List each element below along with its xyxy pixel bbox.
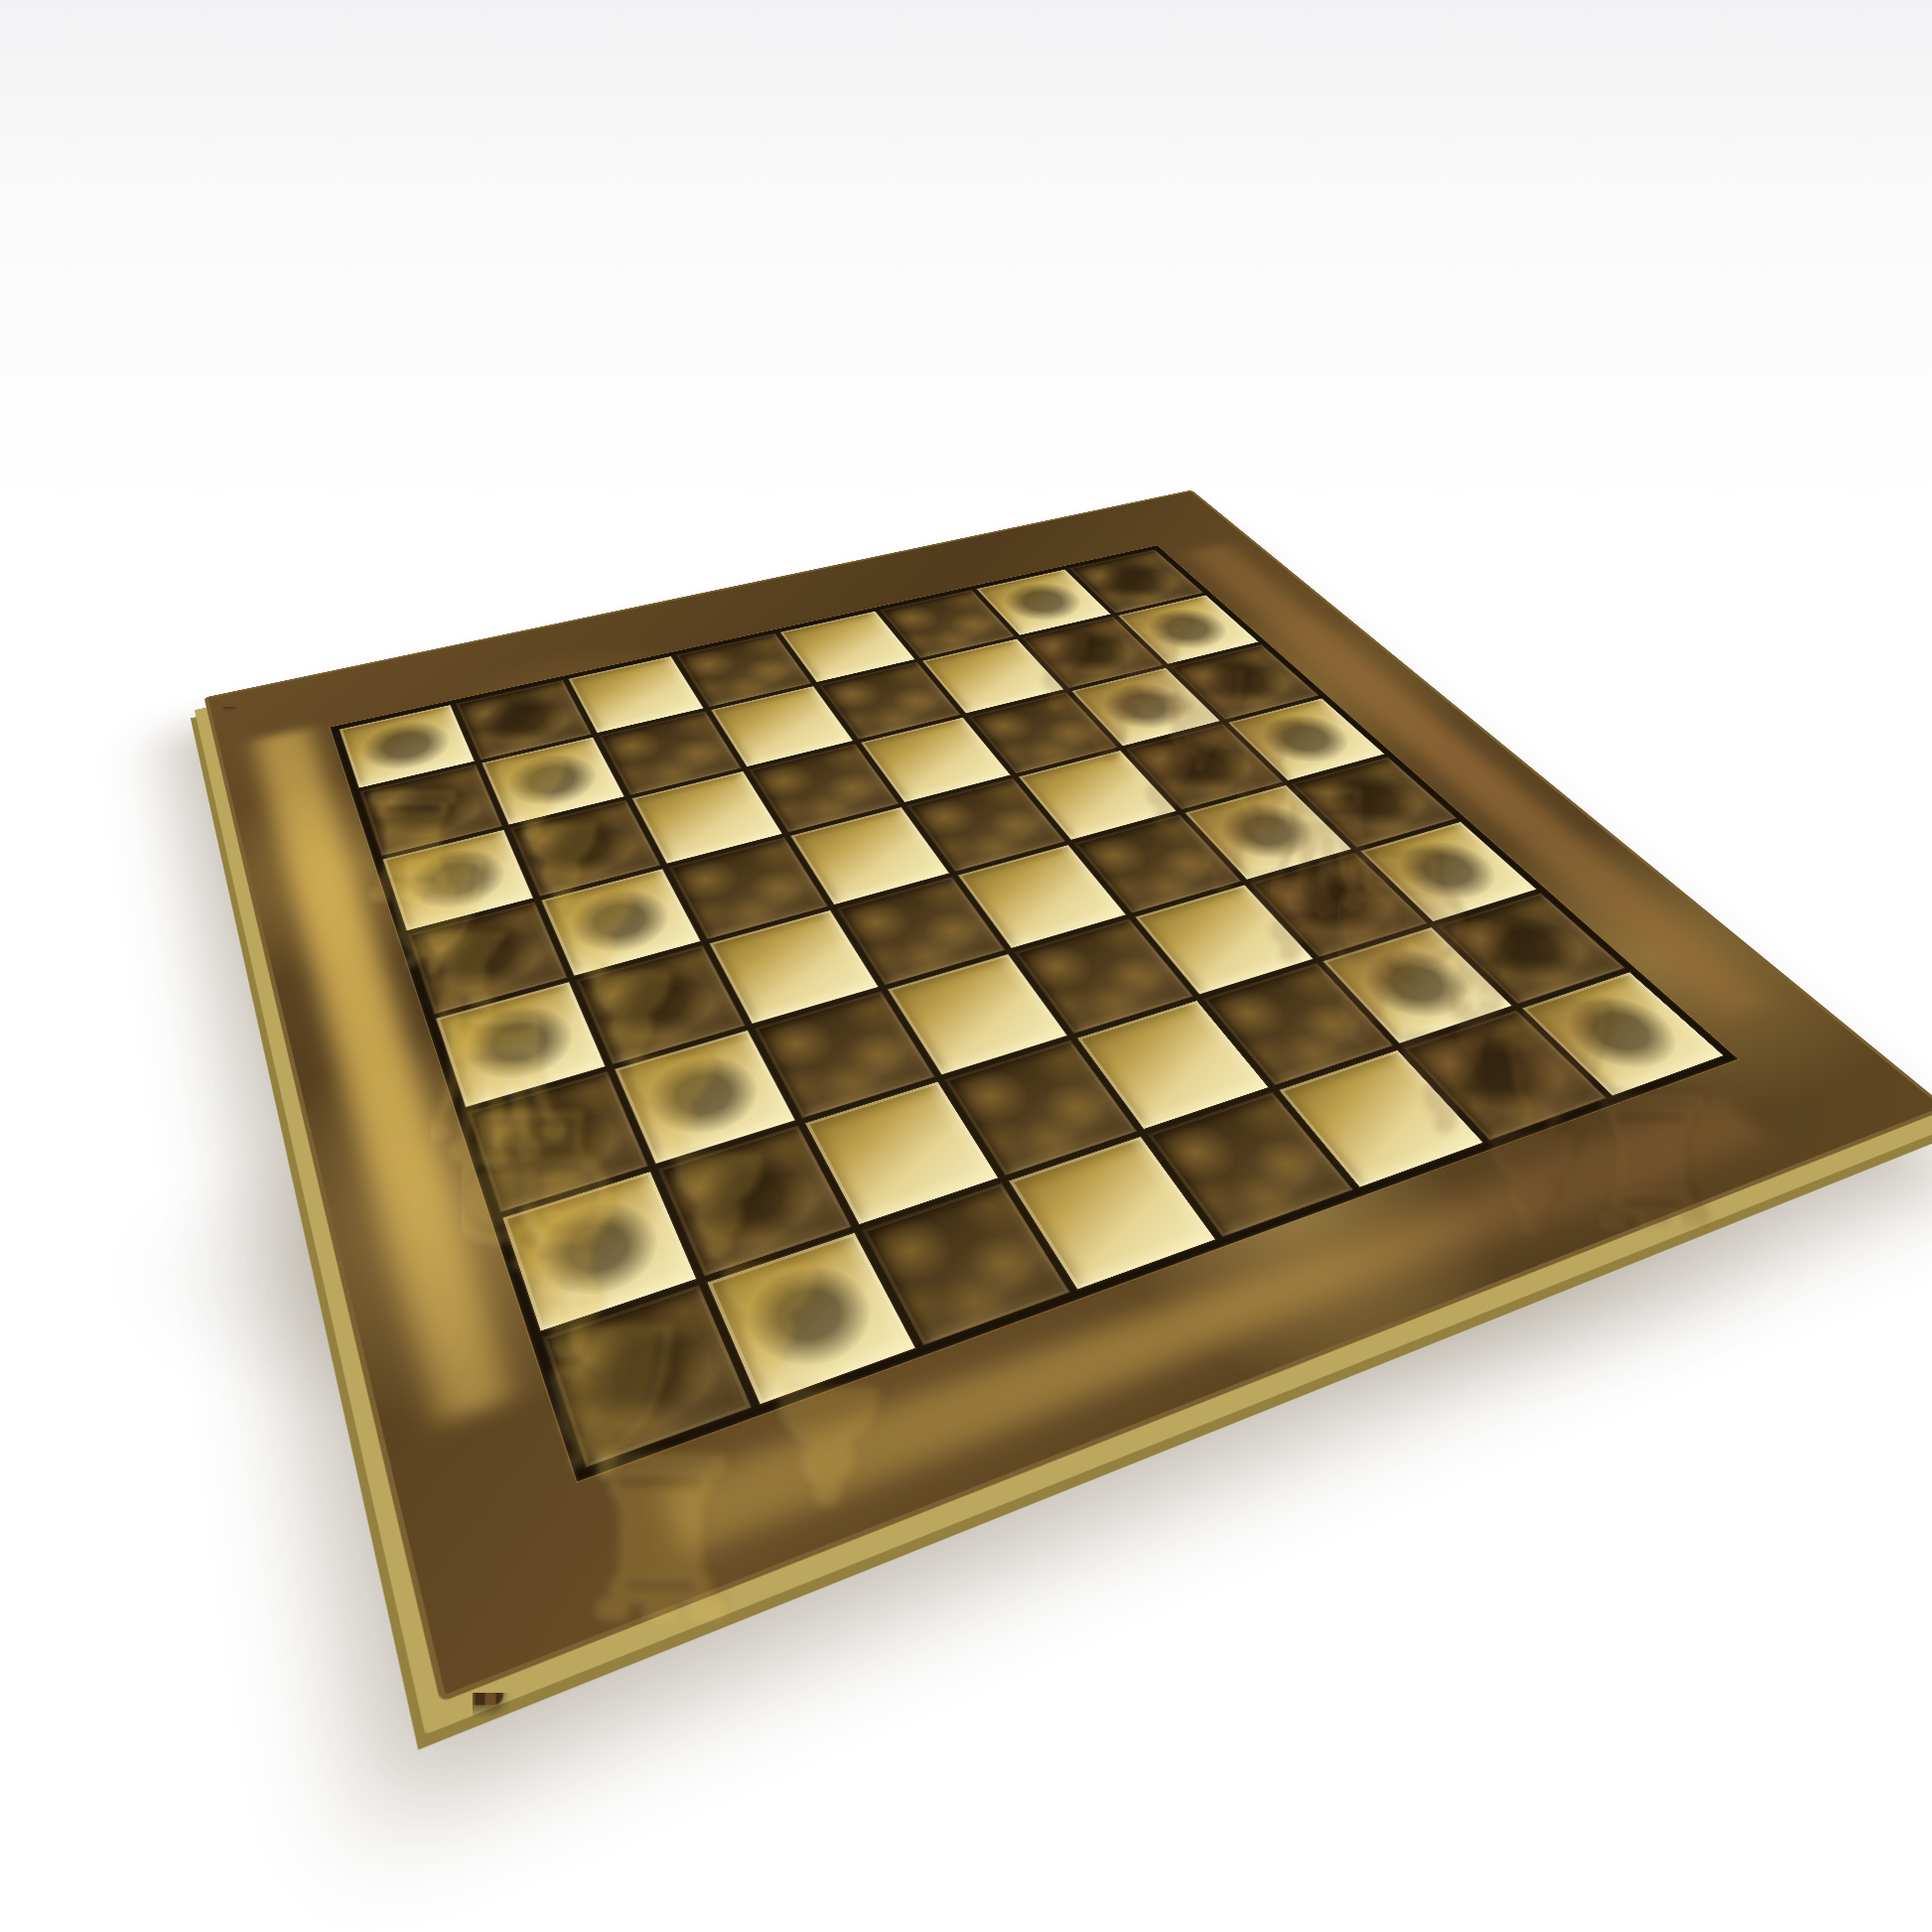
black-rook-icon: ♜ [1573, 895, 1735, 1062]
white-pawn-icon: ♟ [759, 1211, 901, 1358]
square-g4[interactable] [943, 1039, 1138, 1176]
foot-volute-icon [191, 659, 256, 710]
foot-volute-icon [1888, 1031, 1932, 1123]
board-grid: ♜♜♟♟♟♟♜♜♞♞♟♟♟♟♞♞♝♝♟♟♟♟♝♝♛♛♟♟♟♟♛♛♚♚♟♟♟♟♚♚… [333, 546, 1735, 1478]
chess-board-plate: ♜♜♟♟♟♟♜♜♞♞♟♟♟♟♞♞♝♝♟♟♟♟♝♝♛♛♟♟♟♟♛♛♚♚♟♟♟♟♚♚… [205, 490, 1932, 1703]
white-rook-icon: ♜ [563, 1213, 761, 1418]
product-photo-stage: ♜♜♟♟♟♟♜♜♞♞♟♟♟♟♞♞♝♝♟♟♟♟♝♝♛♛♟♟♟♟♛♛♚♚♟♟♟♟♚♚… [0, 0, 1932, 1932]
foot-volute-icon [391, 1589, 553, 1715]
piece-reflection: ♜ [563, 1429, 761, 1633]
black-pawn-icon: ♟ [1473, 978, 1597, 1105]
square-h5[interactable] [1146, 1091, 1354, 1238]
scene: ♜♜♟♟♟♟♜♜♞♞♟♟♟♟♞♞♝♝♟♟♟♟♝♝♛♛♟♟♟♟♛♛♚♚♟♟♟♟♚♚… [0, 0, 1932, 1932]
